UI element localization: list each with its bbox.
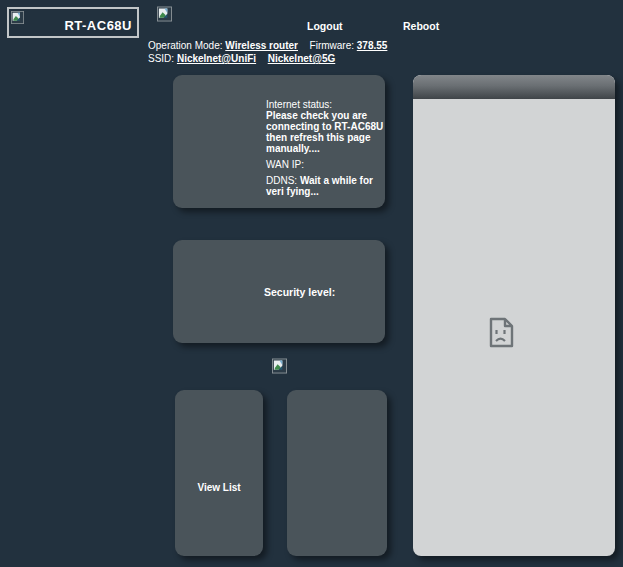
network-map-header-bar bbox=[413, 75, 615, 99]
broken-image-icon bbox=[11, 11, 24, 24]
ssid-line: SSID: Nickelnet@UniFi Nickelnet@5G bbox=[148, 53, 335, 64]
ddns-label: DDNS: bbox=[266, 175, 297, 186]
internet-status-panel[interactable]: Internet status: Please check you are co… bbox=[173, 75, 385, 208]
internet-status-title: Internet status: bbox=[266, 99, 388, 110]
usb-panel[interactable] bbox=[287, 390, 387, 556]
operation-mode-link[interactable]: Wireless router bbox=[225, 40, 298, 51]
operation-mode-label: Operation Mode: bbox=[148, 40, 223, 51]
clients-panel[interactable]: View List bbox=[175, 390, 263, 556]
ssid-link-2[interactable]: Nickelnet@5G bbox=[268, 53, 336, 64]
view-list-button[interactable]: View List bbox=[175, 482, 263, 493]
operation-mode-line: Operation Mode: Wireless router Firmware… bbox=[148, 40, 387, 51]
router-admin-page: { "colors": { "background": "#22313E", "… bbox=[0, 0, 623, 567]
ssid-label: SSID: bbox=[148, 53, 174, 64]
wan-ip-label: WAN IP: bbox=[266, 159, 388, 170]
firmware-label: Firmware: bbox=[310, 40, 354, 51]
network-map-panel bbox=[413, 75, 615, 556]
device-name: RT-AC68U bbox=[64, 18, 132, 33]
logout-button[interactable]: Logout bbox=[307, 20, 343, 32]
ssid-link-1[interactable]: Nickelnet@UniFi bbox=[177, 53, 256, 64]
internet-status-message: Please check you are connecting to RT-AC… bbox=[266, 110, 388, 154]
security-level-panel[interactable]: Security level: bbox=[173, 240, 385, 343]
broken-image-icon bbox=[157, 6, 172, 22]
ddns-status-line: DDNS: Wait a while for veri fying... bbox=[266, 175, 388, 197]
broken-image-icon bbox=[272, 358, 287, 374]
internet-status-text: Internet status: Please check you are co… bbox=[266, 99, 388, 197]
security-level-label: Security level: bbox=[264, 286, 335, 298]
logo-box: RT-AC68U bbox=[7, 7, 139, 38]
firmware-link[interactable]: 378.55 bbox=[357, 40, 388, 51]
broken-document-icon bbox=[487, 317, 515, 348]
reboot-button[interactable]: Reboot bbox=[403, 20, 439, 32]
